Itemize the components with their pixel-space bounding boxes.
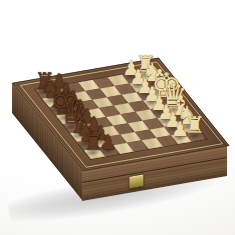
product-photo-chess-set: ♜♟♟♜♞♟♟♞♝♟♟♝♚♟♟♚♛♟♟♛♝♟♟♝♞♟♟♞♜♟♟♜ <box>0 0 235 235</box>
pieces-layer: ♜♟♟♜♞♟♟♞♝♟♟♝♚♟♟♚♛♟♟♛♝♟♟♝♞♟♟♞♜♟♟♜ <box>0 0 235 235</box>
piece-white-pawn[interactable]: ♟ <box>171 119 189 139</box>
piece-black-rook[interactable]: ♜ <box>83 131 104 154</box>
photo-background: ♜♟♟♜♞♟♟♞♝♟♟♝♚♟♟♚♛♟♟♛♝♟♟♝♞♟♟♞♜♟♟♜ <box>0 0 235 235</box>
